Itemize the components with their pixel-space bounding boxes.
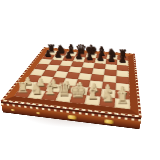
board-tilt: ♜♞♝♛♚♝♞♜♟♟♟♟♟♟♟♟♟♟♟♟♟♟♟♟♜♞♝♛♚♝♞♜ (8, 50, 153, 109)
square-f1: ♝ (84, 95, 100, 105)
chess-set-product-photo: ♜♞♝♛♚♝♞♜♟♟♟♟♟♟♟♟♟♟♟♟♟♟♟♟♜♞♝♛♚♝♞♜ (0, 0, 160, 160)
brass-screw-icon (11, 108, 14, 111)
piece-black-pawn: ♟ (97, 54, 105, 62)
square-g1: ♞ (99, 97, 115, 108)
piece-black-pawn: ♟ (54, 51, 62, 58)
chess-board: ♜♞♝♛♚♝♞♜♟♟♟♟♟♟♟♟♟♟♟♟♟♟♟♟♜♞♝♛♚♝♞♜ (14, 50, 130, 109)
piece-white-bishop: ♝ (85, 86, 100, 101)
piece-black-pawn: ♟ (44, 50, 52, 57)
piece-white-knight: ♞ (100, 89, 114, 103)
square-f7: ♟ (95, 58, 107, 64)
square-f5 (92, 68, 105, 75)
square-e6 (82, 62, 95, 68)
piece-white-rook: ♜ (116, 92, 129, 105)
square-d5 (68, 66, 82, 73)
square-e5 (80, 67, 93, 74)
piece-black-pawn: ♟ (65, 51, 73, 59)
square-h1: ♜ (115, 98, 131, 109)
piece-black-pawn: ♟ (119, 55, 127, 63)
piece-black-pawn: ♟ (75, 52, 83, 60)
board-rotation: ♜♞♝♛♚♝♞♜♟♟♟♟♟♟♟♟♟♟♟♟♟♟♟♟♜♞♝♛♚♝♞♜ (1, 47, 142, 117)
board-top: ♜♞♝♛♚♝♞♜♟♟♟♟♟♟♟♟♟♟♟♟♟♟♟♟♜♞♝♛♚♝♞♜ (1, 47, 142, 117)
piece-black-pawn: ♟ (86, 53, 94, 61)
brass-clasp-icon (104, 119, 113, 124)
square-h7: ♟ (117, 60, 128, 66)
brass-screw-icon (36, 111, 39, 114)
piece-white-knight: ♞ (30, 82, 44, 95)
piece-white-rook: ♜ (17, 82, 30, 94)
board-frame: ♜♞♝♛♚♝♞♜♟♟♟♟♟♟♟♟♟♟♟♟♟♟♟♟♜♞♝♛♚♝♞♜ (4, 48, 139, 115)
scene: ♜♞♝♛♚♝♞♜♟♟♟♟♟♟♟♟♟♟♟♟♟♟♟♟♜♞♝♛♚♝♞♜ (0, 0, 160, 160)
brass-clasp-icon (68, 114, 77, 119)
square-f6 (93, 63, 105, 69)
piece-black-pawn: ♟ (107, 54, 115, 62)
